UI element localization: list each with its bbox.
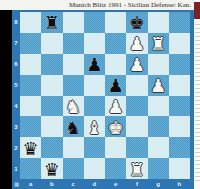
white-knight-c4[interactable]: ♞ <box>65 98 81 116</box>
square-h1[interactable] <box>169 158 190 179</box>
side-panel-sliver <box>194 0 200 189</box>
square-h5[interactable] <box>169 75 190 96</box>
file-label-b: b <box>41 179 62 189</box>
square-a3[interactable] <box>20 116 41 137</box>
square-d1[interactable] <box>84 158 105 179</box>
black-queen-a2[interactable]: ♛ <box>23 140 39 158</box>
square-a5[interactable] <box>20 75 41 96</box>
square-f5[interactable] <box>126 75 147 96</box>
square-e4[interactable]: ♟ <box>105 96 126 117</box>
rank-label-3: 3 <box>12 116 20 137</box>
square-c4[interactable]: ♞ <box>63 96 84 117</box>
square-h4[interactable] <box>169 96 190 117</box>
square-a2[interactable]: ♛ <box>20 137 41 158</box>
square-g2[interactable] <box>148 137 169 158</box>
square-c5[interactable] <box>63 75 84 96</box>
square-a6[interactable] <box>20 54 41 75</box>
square-c8[interactable] <box>63 12 84 33</box>
file-label-a: a <box>20 179 41 189</box>
rank-label-4: 4 <box>12 96 20 117</box>
rank-label-6: 6 <box>12 54 20 75</box>
rank-label-7: 7 <box>12 33 20 54</box>
square-c3[interactable]: ♞ <box>63 116 84 137</box>
square-d6[interactable]: ♟ <box>84 54 105 75</box>
left-black-strip <box>0 10 12 189</box>
board-grid: ♜♚♟♜♟♟♟♟♞♟♞♝♚♛♛♜ <box>20 12 190 179</box>
square-f2[interactable] <box>126 137 147 158</box>
square-f4[interactable] <box>126 96 147 117</box>
square-e2[interactable] <box>105 137 126 158</box>
file-label-e: e <box>105 179 126 189</box>
square-e6[interactable] <box>105 54 126 75</box>
square-b5[interactable] <box>41 75 62 96</box>
black-queen-b1[interactable]: ♛ <box>44 161 60 179</box>
square-g1[interactable] <box>148 158 169 179</box>
square-e3[interactable]: ♚ <box>105 116 126 137</box>
square-f7[interactable]: ♟ <box>126 33 147 54</box>
square-g4[interactable] <box>148 96 169 117</box>
square-g3[interactable] <box>148 116 169 137</box>
square-c7[interactable] <box>63 33 84 54</box>
white-rook-g7[interactable]: ♜ <box>150 35 166 53</box>
file-label-h: h <box>169 179 190 189</box>
white-rook-f1[interactable]: ♜ <box>129 161 145 179</box>
rank-label-5: 5 <box>12 75 20 96</box>
square-d2[interactable] <box>84 137 105 158</box>
black-knight-c3[interactable]: ♞ <box>65 119 81 137</box>
file-label-f: f <box>126 179 147 189</box>
square-f3[interactable] <box>126 116 147 137</box>
white-pawn-f7[interactable]: ♟ <box>129 35 145 53</box>
square-a7[interactable] <box>20 33 41 54</box>
game-title: Munich Blitz 1991 - Sicilian Defense: Ka… <box>0 0 194 10</box>
board-corner-icon[interactable]: ▦ <box>13 180 20 188</box>
white-bishop-d3[interactable]: ♝ <box>86 119 102 137</box>
white-king-e3[interactable]: ♚ <box>108 119 124 137</box>
square-f6[interactable]: ♟ <box>126 54 147 75</box>
square-d3[interactable]: ♝ <box>84 116 105 137</box>
square-h2[interactable] <box>169 137 190 158</box>
square-b3[interactable] <box>41 116 62 137</box>
white-pawn-e4[interactable]: ♟ <box>108 98 124 116</box>
square-g7[interactable]: ♜ <box>148 33 169 54</box>
rank-labels: 87654321 <box>12 12 20 179</box>
square-h3[interactable] <box>169 116 190 137</box>
white-pawn-g5[interactable]: ♟ <box>150 77 166 95</box>
square-b1[interactable]: ♛ <box>41 158 62 179</box>
black-rook-b8[interactable]: ♜ <box>44 14 60 32</box>
side-panel-accent <box>194 2 200 19</box>
black-pawn-e5[interactable]: ♟ <box>108 77 124 95</box>
file-label-d: d <box>84 179 105 189</box>
square-e1[interactable] <box>105 158 126 179</box>
square-h6[interactable] <box>169 54 190 75</box>
white-pawn-f6[interactable]: ♟ <box>129 56 145 74</box>
side-panel-text-lines <box>195 24 200 184</box>
square-f1[interactable]: ♜ <box>126 158 147 179</box>
square-g6[interactable] <box>148 54 169 75</box>
square-b8[interactable]: ♜ <box>41 12 62 33</box>
square-d4[interactable] <box>84 96 105 117</box>
black-pawn-d6[interactable]: ♟ <box>86 56 102 74</box>
square-a4[interactable] <box>20 96 41 117</box>
file-label-c: c <box>63 179 84 189</box>
square-d8[interactable] <box>84 12 105 33</box>
square-e5[interactable]: ♟ <box>105 75 126 96</box>
square-b6[interactable] <box>41 54 62 75</box>
square-a8[interactable] <box>20 12 41 33</box>
square-d7[interactable] <box>84 33 105 54</box>
square-h8[interactable] <box>169 12 190 33</box>
square-e8[interactable] <box>105 12 126 33</box>
square-a1[interactable] <box>20 158 41 179</box>
file-label-g: g <box>148 179 169 189</box>
square-g5[interactable]: ♟ <box>148 75 169 96</box>
square-f8[interactable]: ♚ <box>126 12 147 33</box>
square-b4[interactable] <box>41 96 62 117</box>
square-e7[interactable] <box>105 33 126 54</box>
square-d5[interactable] <box>84 75 105 96</box>
square-c6[interactable] <box>63 54 84 75</box>
black-king-f8[interactable]: ♚ <box>129 14 145 32</box>
square-c2[interactable] <box>63 137 84 158</box>
square-h7[interactable] <box>169 33 190 54</box>
rank-label-8: 8 <box>12 12 20 33</box>
square-g8[interactable] <box>148 12 169 33</box>
rank-label-1: 1 <box>12 158 20 179</box>
file-labels: abcdefgh <box>20 179 190 189</box>
square-c1[interactable] <box>63 158 84 179</box>
square-b7[interactable] <box>41 33 62 54</box>
square-b2[interactable] <box>41 137 62 158</box>
chess-app-window: Munich Blitz 1991 - Sicilian Defense: Ka… <box>0 0 200 189</box>
rank-label-2: 2 <box>12 137 20 158</box>
